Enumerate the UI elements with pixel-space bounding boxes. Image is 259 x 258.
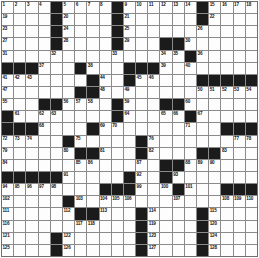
cell-r16c5[interactable]: 98 [51,184,62,195]
cell-r13c4[interactable] [39,148,50,159]
cell-r16c14[interactable]: 100 [160,184,171,195]
cell-r3c12[interactable] [136,26,147,37]
cell-r20c4[interactable] [39,233,50,244]
cell-r3c9[interactable] [100,26,111,37]
cell-r2c13[interactable] [148,14,159,25]
cell-r20c19[interactable] [221,233,232,244]
cell-r20c11[interactable] [124,233,135,244]
cell-r13c16[interactable] [185,148,196,159]
cell-r14c18[interactable]: 90 [209,160,220,171]
cell-r1c15[interactable]: 13 [173,2,184,13]
cell-r8c13[interactable] [148,87,159,98]
cell-r11c10[interactable]: 70 [112,123,123,134]
cell-r6c10[interactable] [112,63,123,74]
cell-r17c1[interactable]: 102 [2,196,13,207]
cell-r4c21[interactable] [246,38,257,49]
cell-r3c4[interactable] [39,26,50,37]
cell-r5c19[interactable] [221,51,232,62]
cell-r9c16[interactable]: 60 [185,99,196,110]
cell-r5c14[interactable]: 34 [160,51,171,62]
cell-r6c14[interactable]: 39 [160,63,171,74]
cell-r3c6[interactable]: 24 [63,26,74,37]
cell-r5c12[interactable] [136,51,147,62]
cell-r21c6[interactable]: 126 [63,245,74,256]
cell-r5c13[interactable] [148,51,159,62]
cell-r5c4[interactable] [39,51,50,62]
cell-r21c7[interactable] [75,245,86,256]
cell-r18c4[interactable] [39,208,50,219]
cell-r19c7[interactable]: 117 [75,221,86,232]
cell-r21c14[interactable] [160,245,171,256]
cell-r11c11[interactable] [124,123,135,134]
cell-r14c12[interactable]: 87 [136,160,147,171]
cell-r14c9[interactable] [100,160,111,171]
cell-r18c1[interactable]: 111 [2,208,13,219]
cell-r2c1[interactable]: 19 [2,14,13,25]
cell-r10c13[interactable] [148,111,159,122]
cell-r7c7[interactable] [75,75,86,86]
cell-r17c16[interactable] [185,196,196,207]
cell-r13c11[interactable] [124,148,135,159]
cell-r9c3[interactable] [26,99,37,110]
cell-r8c16[interactable] [185,87,196,98]
cell-r20c18[interactable]: 124 [209,233,220,244]
cell-r6c21[interactable] [246,63,257,74]
cell-r2c16[interactable] [185,14,196,25]
cell-r18c2[interactable] [14,208,25,219]
cell-r3c15[interactable] [173,26,184,37]
cell-r16c2[interactable]: 95 [14,184,25,195]
cell-r19c4[interactable] [39,221,50,232]
cell-r20c6[interactable]: 122 [63,233,74,244]
cell-r19c20[interactable] [234,221,245,232]
cell-r13c13[interactable]: 82 [148,148,159,159]
cell-r21c3[interactable] [26,245,37,256]
cell-r5c6[interactable] [63,51,74,62]
cell-r17c10[interactable]: 105 [112,196,123,207]
cell-r8c2[interactable] [14,87,25,98]
cell-r18c13[interactable]: 114 [148,208,159,219]
cell-r1c20[interactable]: 17 [234,2,245,13]
cell-r6c8[interactable]: 38 [87,63,98,74]
cell-r17c12[interactable] [136,196,147,207]
cell-r2c2[interactable] [14,14,25,25]
cell-r6c17[interactable] [197,63,208,74]
cell-r13c20[interactable] [234,148,245,159]
cell-r15c10[interactable] [112,172,123,183]
cell-r19c19[interactable] [221,221,232,232]
cell-r5c17[interactable]: 36 [197,51,208,62]
cell-r18c5[interactable] [51,208,62,219]
cell-r11c13[interactable] [148,123,159,134]
cell-r8c3[interactable] [26,87,37,98]
cell-r14c3[interactable] [26,160,37,171]
cell-r15c17[interactable] [197,172,208,183]
cell-r20c8[interactable] [87,233,98,244]
cell-r18c11[interactable] [124,208,135,219]
cell-r21c16[interactable] [185,245,196,256]
cell-r9c21[interactable] [246,99,257,110]
cell-r20c13[interactable]: 123 [148,233,159,244]
cell-r15c18[interactable] [209,172,220,183]
cell-r5c15[interactable]: 35 [173,51,184,62]
cell-r6c15[interactable] [173,63,184,74]
cell-r10c17[interactable]: 67 [197,111,208,122]
cell-r12c8[interactable] [87,136,98,147]
cell-r14c20[interactable] [234,160,245,171]
cell-r17c20[interactable]: 109 [234,196,245,207]
cell-r20c2[interactable] [14,233,25,244]
cell-r3c20[interactable] [234,26,245,37]
cell-r3c18[interactable] [209,26,220,37]
cell-r12c20[interactable]: 77 [234,136,245,147]
cell-r21c11[interactable] [124,245,135,256]
cell-r11c6[interactable] [63,123,74,134]
cell-r18c19[interactable] [221,208,232,219]
cell-r9c12[interactable] [136,99,147,110]
cell-r2c18[interactable]: 22 [209,14,220,25]
cell-r10c11[interactable]: 64 [124,111,135,122]
cell-r19c6[interactable] [63,221,74,232]
cell-r11c4[interactable]: 68 [39,123,50,134]
cell-r16c4[interactable]: 97 [39,184,50,195]
cell-r13c1[interactable]: 79 [2,148,13,159]
cell-r8c18[interactable]: 51 [209,87,220,98]
cell-r12c15[interactable] [173,136,184,147]
cell-r16c1[interactable]: 94 [2,184,13,195]
cell-r8c20[interactable]: 53 [234,87,245,98]
cell-r12c13[interactable]: 76 [148,136,159,147]
cell-r10c2[interactable]: 61 [14,111,25,122]
cell-r3c7[interactable] [75,26,86,37]
cell-r18c3[interactable] [26,208,37,219]
cell-r4c11[interactable]: 29 [124,38,135,49]
cell-r2c15[interactable] [173,14,184,25]
cell-r21c18[interactable]: 128 [209,245,220,256]
cell-r19c5[interactable] [51,221,62,232]
cell-r12c14[interactable] [160,136,171,147]
cell-r4c7[interactable] [75,38,86,49]
cell-r15c9[interactable] [100,172,111,183]
cell-r2c20[interactable] [234,14,245,25]
cell-r8c10[interactable] [112,87,123,98]
cell-r19c10[interactable] [112,221,123,232]
cell-r1c9[interactable]: 8 [100,2,111,13]
cell-r14c19[interactable] [221,160,232,171]
cell-r4c18[interactable] [209,38,220,49]
cell-r2c3[interactable] [26,14,37,25]
cell-r5c5[interactable]: 32 [51,51,62,62]
cell-r15c16[interactable] [185,172,196,183]
cell-r3c14[interactable] [160,26,171,37]
cell-r17c11[interactable]: 106 [124,196,135,207]
cell-r7c16[interactable] [185,75,196,86]
cell-r21c1[interactable]: 125 [2,245,13,256]
cell-r8c15[interactable] [173,87,184,98]
cell-r21c21[interactable] [246,245,257,256]
cell-r3c16[interactable] [185,26,196,37]
cell-r21c8[interactable] [87,245,98,256]
cell-r2c21[interactable] [246,14,257,25]
cell-r14c17[interactable]: 89 [197,160,208,171]
cell-r9c7[interactable]: 57 [75,99,86,110]
cell-r7c14[interactable] [160,75,171,86]
cell-r7c10[interactable] [112,75,123,86]
cell-r4c3[interactable] [26,38,37,49]
cell-r17c14[interactable] [160,196,171,207]
cell-r20c1[interactable]: 121 [2,233,13,244]
cell-r14c1[interactable]: 84 [2,160,13,171]
cell-r19c2[interactable] [14,221,25,232]
cell-r7c12[interactable]: 45 [136,75,147,86]
cell-r3c17[interactable]: 26 [197,26,208,37]
cell-r3c2[interactable] [14,26,25,37]
cell-r14c11[interactable] [124,160,135,171]
cell-r1c2[interactable]: 2 [14,2,25,13]
cell-r13c2[interactable] [14,148,25,159]
cell-r13c19[interactable]: 83 [221,148,232,159]
cell-r8c14[interactable] [160,87,171,98]
cell-r11c5[interactable] [51,123,62,134]
cell-r1c4[interactable]: 4 [39,2,50,13]
cell-r9c11[interactable]: 59 [124,99,135,110]
cell-r11c16[interactable]: 71 [185,123,196,134]
cell-r8c21[interactable]: 54 [246,87,257,98]
cell-r5c9[interactable] [100,51,111,62]
cell-r6c9[interactable] [100,63,111,74]
cell-r12c21[interactable]: 78 [246,136,257,147]
cell-r19c9[interactable] [100,221,111,232]
cell-r16c18[interactable] [209,184,220,195]
cell-r15c6[interactable]: 91 [63,172,74,183]
cell-r7c2[interactable]: 42 [14,75,25,86]
cell-r1c14[interactable]: 12 [160,2,171,13]
cell-r7c9[interactable]: 44 [100,75,111,86]
cell-r21c2[interactable] [14,245,25,256]
cell-r21c9[interactable] [100,245,111,256]
cell-r16c16[interactable]: 101 [185,184,196,195]
cell-r17c8[interactable] [87,196,98,207]
cell-r1c11[interactable]: 9 [124,2,135,13]
cell-r3c11[interactable]: 25 [124,26,135,37]
cell-r5c2[interactable] [14,51,25,62]
cell-r18c6[interactable]: 112 [63,208,74,219]
cell-r17c18[interactable] [209,196,220,207]
cell-r11c14[interactable] [160,123,171,134]
cell-r10c14[interactable]: 65 [160,111,171,122]
cell-r20c7[interactable] [75,233,86,244]
cell-r17c5[interactable] [51,196,62,207]
cell-r21c10[interactable] [112,245,123,256]
cell-r13c3[interactable] [26,148,37,159]
cell-r4c20[interactable] [234,38,245,49]
cell-r4c16[interactable]: 30 [185,38,196,49]
cell-r20c15[interactable] [173,233,184,244]
cell-r3c13[interactable] [148,26,159,37]
cell-r4c2[interactable] [14,38,25,49]
cell-r21c15[interactable] [173,245,184,256]
cell-r3c1[interactable]: 23 [2,26,13,37]
cell-r5c10[interactable]: 33 [112,51,123,62]
cell-r10c12[interactable] [136,111,147,122]
cell-r2c9[interactable] [100,14,111,25]
cell-r10c8[interactable] [87,111,98,122]
cell-r7c6[interactable] [63,75,74,86]
cell-r9c1[interactable]: 55 [2,99,13,110]
cell-r5c7[interactable] [75,51,86,62]
cell-r13c14[interactable] [160,148,171,159]
cell-r15c13[interactable] [148,172,159,183]
cell-r20c14[interactable] [160,233,171,244]
cell-r15c8[interactable] [87,172,98,183]
cell-r1c3[interactable]: 3 [26,2,37,13]
cell-r20c10[interactable] [112,233,123,244]
cell-r10c21[interactable] [246,111,257,122]
cell-r21c19[interactable] [221,245,232,256]
cell-r17c15[interactable]: 107 [173,196,184,207]
cell-r8c4[interactable] [39,87,50,98]
cell-r14c8[interactable]: 86 [87,160,98,171]
cell-r18c16[interactable] [185,208,196,219]
cell-r3c19[interactable] [221,26,232,37]
cell-r5c3[interactable] [26,51,37,62]
cell-r1c7[interactable]: 6 [75,2,86,13]
cell-r12c1[interactable]: 72 [2,136,13,147]
cell-r10c20[interactable] [234,111,245,122]
cell-r2c6[interactable]: 20 [63,14,74,25]
cell-r5c18[interactable] [209,51,220,62]
cell-r10c3[interactable] [26,111,37,122]
cell-r11c15[interactable] [173,123,184,134]
cell-r8c17[interactable]: 50 [197,87,208,98]
cell-r10c4[interactable]: 62 [39,111,50,122]
cell-r13c15[interactable] [173,148,184,159]
cell-r13c21[interactable] [246,148,257,159]
cell-r6c4[interactable]: 37 [39,63,50,74]
cell-r15c15[interactable]: 93 [173,172,184,183]
cell-r1c21[interactable]: 18 [246,2,257,13]
cell-r18c21[interactable] [246,208,257,219]
cell-r18c9[interactable]: 113 [100,208,111,219]
cell-r1c6[interactable]: 5 [63,2,74,13]
cell-r10c15[interactable]: 66 [173,111,184,122]
cell-r21c4[interactable] [39,245,50,256]
cell-r14c21[interactable] [246,160,257,171]
cell-r12c5[interactable] [51,136,62,147]
cell-r1c16[interactable]: 14 [185,2,196,13]
cell-r17c3[interactable] [26,196,37,207]
cell-r16c17[interactable] [197,184,208,195]
cell-r12c17[interactable] [197,136,208,147]
cell-r8c11[interactable]: 49 [124,87,135,98]
cell-r13c9[interactable]: 81 [100,148,111,159]
cell-r15c20[interactable] [234,172,245,183]
cell-r2c14[interactable] [160,14,171,25]
cell-r2c4[interactable] [39,14,50,25]
cell-r4c4[interactable] [39,38,50,49]
cell-r12c3[interactable]: 74 [26,136,37,147]
cell-r12c10[interactable] [112,136,123,147]
cell-r13c5[interactable] [51,148,62,159]
cell-r9c6[interactable]: 56 [63,99,74,110]
cell-r9c13[interactable] [148,99,159,110]
cell-r12c19[interactable] [221,136,232,147]
cell-r20c9[interactable] [100,233,111,244]
cell-r4c1[interactable]: 27 [2,38,13,49]
cell-r8c6[interactable] [63,87,74,98]
cell-r2c19[interactable] [221,14,232,25]
cell-r19c14[interactable] [160,221,171,232]
cell-r14c6[interactable] [63,160,74,171]
cell-r14c4[interactable] [39,160,50,171]
cell-r18c18[interactable]: 115 [209,208,220,219]
cell-r14c13[interactable] [148,160,159,171]
cell-r20c16[interactable] [185,233,196,244]
cell-r7c3[interactable]: 43 [26,75,37,86]
cell-r2c12[interactable] [136,14,147,25]
cell-r15c21[interactable] [246,172,257,183]
cell-r6c6[interactable] [63,63,74,74]
cell-r21c20[interactable] [234,245,245,256]
cell-r14c7[interactable]: 85 [75,160,86,171]
cell-r19c8[interactable]: 118 [87,221,98,232]
cell-r10c9[interactable] [100,111,111,122]
cell-r11c17[interactable] [197,123,208,134]
cell-r9c2[interactable] [14,99,25,110]
cell-r12c7[interactable]: 75 [75,136,86,147]
cell-r19c3[interactable] [26,221,37,232]
cell-r16c7[interactable] [75,184,86,195]
cell-r2c7[interactable] [75,14,86,25]
cell-r1c12[interactable]: 10 [136,2,147,13]
cell-r4c17[interactable] [197,38,208,49]
cell-r12c9[interactable] [100,136,111,147]
cell-r16c13[interactable] [148,184,159,195]
cell-r17c7[interactable]: 103 [75,196,86,207]
cell-r5c1[interactable]: 31 [2,51,13,62]
cell-r16c12[interactable]: 99 [136,184,147,195]
cell-r10c5[interactable]: 63 [51,111,62,122]
cell-r20c3[interactable] [26,233,37,244]
cell-r9c20[interactable] [234,99,245,110]
cell-r9c19[interactable] [221,99,232,110]
cell-r7c13[interactable]: 46 [148,75,159,86]
cell-r9c18[interactable] [209,99,220,110]
cell-r18c20[interactable] [234,208,245,219]
cell-r19c13[interactable]: 119 [148,221,159,232]
cell-r19c11[interactable] [124,221,135,232]
cell-r11c18[interactable] [209,123,220,134]
cell-r1c8[interactable]: 7 [87,2,98,13]
cell-r19c15[interactable] [173,221,184,232]
cell-r17c17[interactable] [197,196,208,207]
cell-r19c21[interactable] [246,221,257,232]
cell-r4c13[interactable] [148,38,159,49]
cell-r4c9[interactable] [100,38,111,49]
cell-r20c20[interactable] [234,233,245,244]
cell-r5c8[interactable] [87,51,98,62]
cell-r16c8[interactable] [87,184,98,195]
cell-r20c21[interactable] [246,233,257,244]
cell-r7c5[interactable] [51,75,62,86]
cell-r1c18[interactable]: 15 [209,2,220,13]
cell-r2c11[interactable]: 21 [124,14,135,25]
cell-r1c13[interactable]: 11 [148,2,159,13]
cell-r12c2[interactable]: 73 [14,136,25,147]
cell-r19c18[interactable]: 120 [209,221,220,232]
cell-r4c19[interactable] [221,38,232,49]
cell-r17c9[interactable]: 104 [100,196,111,207]
